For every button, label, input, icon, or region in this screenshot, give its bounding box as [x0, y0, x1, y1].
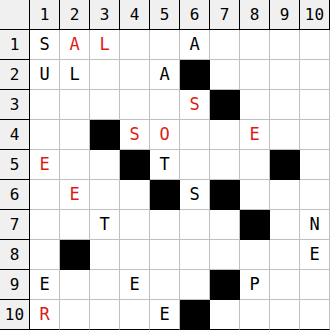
grid-cell-r6c9[interactable] [270, 180, 300, 210]
black-cell-r7c8 [240, 210, 270, 240]
row-header-2: 2 [0, 60, 30, 90]
grid-cell-r10c10[interactable] [300, 300, 330, 330]
black-cell-r3c7 [210, 90, 240, 120]
grid-cell-r3c5[interactable] [150, 90, 180, 120]
grid-cell-r9c2[interactable] [60, 270, 90, 300]
grid-cell-r5c7[interactable] [210, 150, 240, 180]
col-header-4: 4 [120, 0, 150, 30]
grid-cell-r3c1[interactable] [30, 90, 60, 120]
black-cell-r6c7 [210, 180, 240, 210]
row-header-5: 5 [0, 150, 30, 180]
black-cell-r5c4 [120, 150, 150, 180]
grid-cell-r7c6[interactable] [180, 210, 210, 240]
grid-cell-r1c2[interactable]: A [60, 30, 90, 60]
row-header-3: 3 [0, 90, 30, 120]
grid-cell-r10c5[interactable]: E [150, 300, 180, 330]
grid-cell-r9c3[interactable] [90, 270, 120, 300]
black-cell-r2c6 [180, 60, 210, 90]
grid-cell-r6c10[interactable] [300, 180, 330, 210]
grid-cell-r1c6[interactable]: A [180, 30, 210, 60]
grid-cell-r4c1[interactable] [30, 120, 60, 150]
grid-cell-r1c5[interactable] [150, 30, 180, 60]
grid-cell-r2c2[interactable]: L [60, 60, 90, 90]
col-header-6: 6 [180, 0, 210, 30]
grid-cell-r1c10[interactable] [300, 30, 330, 60]
grid-cell-r10c2[interactable] [60, 300, 90, 330]
grid-cell-r2c3[interactable] [90, 60, 120, 90]
grid-cell-r5c1[interactable]: E [30, 150, 60, 180]
col-header-9: 9 [270, 0, 300, 30]
black-cell-r8c2 [60, 240, 90, 270]
grid-cell-r4c6[interactable] [180, 120, 210, 150]
grid-cell-r5c3[interactable] [90, 150, 120, 180]
grid-cell-r8c8[interactable] [240, 240, 270, 270]
col-header-1: 1 [30, 0, 60, 30]
row-header-9: 9 [0, 270, 30, 300]
col-header-8: 8 [240, 0, 270, 30]
grid-cell-r3c9[interactable] [270, 90, 300, 120]
row-header-8: 8 [0, 240, 30, 270]
row-header-7: 7 [0, 210, 30, 240]
grid-cell-r6c8[interactable] [240, 180, 270, 210]
grid-cell-r4c9[interactable] [270, 120, 300, 150]
grid-cell-r8c9[interactable] [270, 240, 300, 270]
grid-cell-r7c2[interactable] [60, 210, 90, 240]
grid-cell-r3c3[interactable] [90, 90, 120, 120]
col-header-5: 5 [150, 0, 180, 30]
black-cell-r9c7 [210, 270, 240, 300]
crossword-board: 123456789101SALA2ULA3S4SOE5ET6ES7TN8E9EE… [0, 0, 330, 330]
black-cell-r5c9 [270, 150, 300, 180]
grid-cell-r7c1[interactable] [30, 210, 60, 240]
grid-cell-r4c5[interactable]: O [150, 120, 180, 150]
grid-cell-r7c4[interactable] [120, 210, 150, 240]
grid-cell-r9c8[interactable]: P [240, 270, 270, 300]
grid-cell-r10c8[interactable] [240, 300, 270, 330]
grid-cell-r5c8[interactable] [240, 150, 270, 180]
grid-cell-r10c7[interactable] [210, 300, 240, 330]
row-header-10: 10 [0, 300, 30, 330]
row-header-4: 4 [0, 120, 30, 150]
grid-cell-r7c7[interactable] [210, 210, 240, 240]
grid-cell-r5c10[interactable] [300, 150, 330, 180]
grid-cell-r9c1[interactable]: E [30, 270, 60, 300]
grid-cell-r1c3[interactable]: L [90, 30, 120, 60]
grid-cell-r9c6[interactable] [180, 270, 210, 300]
grid-cell-r1c8[interactable] [240, 30, 270, 60]
grid-cell-r6c1[interactable] [30, 180, 60, 210]
grid-cell-r2c7[interactable] [210, 60, 240, 90]
grid-cell-r2c10[interactable] [300, 60, 330, 90]
black-cell-r10c6 [180, 300, 210, 330]
corner-cell [0, 0, 30, 30]
grid-cell-r4c2[interactable] [60, 120, 90, 150]
grid-cell-r2c5[interactable]: A [150, 60, 180, 90]
grid-cell-r1c7[interactable] [210, 30, 240, 60]
grid-cell-r8c1[interactable] [30, 240, 60, 270]
grid-cell-r2c9[interactable] [270, 60, 300, 90]
grid-cell-r5c2[interactable] [60, 150, 90, 180]
grid-cell-r1c1[interactable]: S [30, 30, 60, 60]
row-header-6: 6 [0, 180, 30, 210]
col-header-3: 3 [90, 0, 120, 30]
grid-cell-r10c4[interactable] [120, 300, 150, 330]
black-cell-r4c3 [90, 120, 120, 150]
grid-cell-r6c2[interactable]: E [60, 180, 90, 210]
grid-cell-r6c4[interactable] [120, 180, 150, 210]
grid-cell-r10c3[interactable] [90, 300, 120, 330]
grid-cell-r3c4[interactable] [120, 90, 150, 120]
grid-cell-r7c3[interactable]: T [90, 210, 120, 240]
grid-cell-r5c5[interactable]: T [150, 150, 180, 180]
grid-cell-r7c5[interactable] [150, 210, 180, 240]
grid-cell-r1c9[interactable] [270, 30, 300, 60]
grid-cell-r3c6[interactable]: S [180, 90, 210, 120]
grid-cell-r2c4[interactable] [120, 60, 150, 90]
grid-cell-r9c5[interactable] [150, 270, 180, 300]
grid-cell-r10c1[interactable]: R [30, 300, 60, 330]
grid-cell-r8c3[interactable] [90, 240, 120, 270]
grid-cell-r8c10[interactable]: E [300, 240, 330, 270]
grid-cell-r3c2[interactable] [60, 90, 90, 120]
grid-cell-r4c4[interactable]: S [120, 120, 150, 150]
grid-cell-r6c3[interactable] [90, 180, 120, 210]
grid-cell-r8c6[interactable] [180, 240, 210, 270]
grid-cell-r6c6[interactable]: S [180, 180, 210, 210]
col-header-2: 2 [60, 0, 90, 30]
grid-cell-r7c10[interactable]: N [300, 210, 330, 240]
grid-cell-r8c5[interactable] [150, 240, 180, 270]
col-header-10: 10 [300, 0, 330, 30]
grid-cell-r8c4[interactable] [120, 240, 150, 270]
grid-cell-r3c10[interactable] [300, 90, 330, 120]
grid-cell-r4c7[interactable] [210, 120, 240, 150]
grid-cell-r9c4[interactable]: E [120, 270, 150, 300]
grid-cell-r8c7[interactable] [210, 240, 240, 270]
grid-cell-r5c6[interactable] [180, 150, 210, 180]
grid-cell-r2c1[interactable]: U [30, 60, 60, 90]
grid-cell-r1c4[interactable] [120, 30, 150, 60]
black-cell-r6c5 [150, 180, 180, 210]
row-header-1: 1 [0, 30, 30, 60]
grid-cell-r2c8[interactable] [240, 60, 270, 90]
grid-cell-r9c10[interactable] [300, 270, 330, 300]
col-header-7: 7 [210, 0, 240, 30]
grid-cell-r7c9[interactable] [270, 210, 300, 240]
grid-cell-r4c8[interactable]: E [240, 120, 270, 150]
grid-cell-r3c8[interactable] [240, 90, 270, 120]
grid-cell-r9c9[interactable] [270, 270, 300, 300]
grid-cell-r10c9[interactable] [270, 300, 300, 330]
grid-cell-r4c10[interactable] [300, 120, 330, 150]
